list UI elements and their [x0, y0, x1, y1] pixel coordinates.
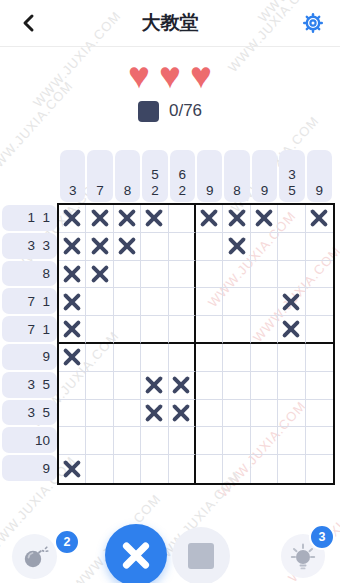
col-clue-4: 52: [142, 150, 167, 202]
cell-r9c10[interactable]: [306, 427, 333, 455]
cell-r8c1[interactable]: [59, 400, 86, 428]
fill-tool-button[interactable]: [172, 527, 230, 583]
progress-swatch: [138, 101, 159, 122]
square-icon: [188, 543, 214, 569]
col-clue-6: 9: [197, 150, 222, 202]
cell-r2c2[interactable]: [86, 233, 113, 261]
cell-r5c9[interactable]: [278, 316, 305, 344]
x-mark-icon: [62, 292, 82, 312]
cell-r1c8[interactable]: [251, 205, 278, 233]
cell-r8c10[interactable]: [306, 400, 333, 428]
cell-r8c8[interactable]: [251, 400, 278, 428]
cell-r1c4[interactable]: [141, 205, 168, 233]
x-mark-icon: [62, 459, 82, 479]
cell-r4c1[interactable]: [59, 288, 86, 316]
bomb-icon: [20, 542, 50, 572]
cell-r1c6[interactable]: [196, 205, 223, 233]
cell-r9c3[interactable]: [114, 427, 141, 455]
cell-r8c5[interactable]: [169, 400, 196, 428]
x-mark-icon: [281, 319, 301, 339]
cell-r10c5[interactable]: [169, 455, 196, 483]
col-clue-9: 35: [279, 150, 304, 202]
cell-r8c6[interactable]: [196, 400, 223, 428]
x-mark-icon: [281, 292, 301, 312]
cell-r10c8[interactable]: [251, 455, 278, 483]
cell-r4c7[interactable]: [223, 288, 250, 316]
x-mark-icon: [144, 375, 164, 395]
x-mark-icon: [171, 403, 191, 423]
x-mark-icon: [62, 208, 82, 228]
gear-icon: [301, 11, 325, 35]
cell-r2c4[interactable]: [141, 233, 168, 261]
cell-r2c10[interactable]: [306, 233, 333, 261]
cell-r4c6[interactable]: [196, 288, 223, 316]
settings-button[interactable]: [294, 4, 332, 42]
cell-r5c4[interactable]: [141, 316, 168, 344]
cell-r9c9[interactable]: [278, 427, 305, 455]
row-clue-4: 7 1: [2, 288, 57, 314]
progress: 0/76: [0, 99, 340, 123]
x-mark-icon: [227, 236, 247, 256]
cell-r5c6[interactable]: [196, 316, 223, 344]
cell-r5c5[interactable]: [169, 316, 196, 344]
heart-icon: ♥: [128, 58, 150, 94]
row-clue-5: 7 1: [2, 316, 57, 342]
cell-r10c3[interactable]: [114, 455, 141, 483]
heart-icon: ♥: [159, 58, 181, 94]
cell-r3c6[interactable]: [196, 261, 223, 289]
row-clue-6: 9: [2, 344, 57, 370]
nonogram-board: [57, 203, 335, 485]
cell-r4c5[interactable]: [169, 288, 196, 316]
bomb-count-badge: 2: [54, 529, 80, 555]
cell-r4c2[interactable]: [86, 288, 113, 316]
cell-r7c4[interactable]: [141, 372, 168, 400]
cell-r10c10[interactable]: [306, 455, 333, 483]
col-clue-10: 9: [307, 150, 332, 202]
row-clue-8: 3 5: [2, 400, 57, 426]
cell-r3c8[interactable]: [251, 261, 278, 289]
cell-r1c9[interactable]: [278, 205, 305, 233]
cell-r1c1[interactable]: [59, 205, 86, 233]
col-clue-1: 3: [60, 150, 85, 202]
cell-r6c10[interactable]: [306, 344, 333, 372]
x-mark-icon: [90, 236, 110, 256]
cell-r7c5[interactable]: [169, 372, 196, 400]
cell-r7c2[interactable]: [86, 372, 113, 400]
cell-r5c7[interactable]: [223, 316, 250, 344]
cell-r7c1[interactable]: [59, 372, 86, 400]
cell-r6c6[interactable]: [196, 344, 223, 372]
cell-r1c10[interactable]: [306, 205, 333, 233]
cross-icon: [120, 539, 152, 571]
cell-r7c10[interactable]: [306, 372, 333, 400]
cell-r7c8[interactable]: [251, 372, 278, 400]
cell-r2c8[interactable]: [251, 233, 278, 261]
cell-r8c3[interactable]: [114, 400, 141, 428]
cell-r10c1[interactable]: [59, 455, 86, 483]
cell-r1c7[interactable]: [223, 205, 250, 233]
cell-r5c2[interactable]: [86, 316, 113, 344]
cell-r5c1[interactable]: [59, 316, 86, 344]
x-mark-icon: [171, 375, 191, 395]
row-clue-10: 9: [2, 455, 57, 481]
cell-r4c3[interactable]: [114, 288, 141, 316]
cell-r8c4[interactable]: [141, 400, 168, 428]
x-mark-icon: [254, 208, 274, 228]
cell-r3c2[interactable]: [86, 261, 113, 289]
cell-r6c4[interactable]: [141, 344, 168, 372]
row-clue-7: 3 5: [2, 372, 57, 398]
cell-r3c7[interactable]: [223, 261, 250, 289]
header-divider: [0, 46, 340, 47]
cell-r9c7[interactable]: [223, 427, 250, 455]
cell-r9c5[interactable]: [169, 427, 196, 455]
row-clue-9: 10: [2, 427, 57, 453]
cell-r8c7[interactable]: [223, 400, 250, 428]
cross-tool-button[interactable]: [105, 524, 167, 583]
cell-r6c5[interactable]: [169, 344, 196, 372]
cell-r9c8[interactable]: [251, 427, 278, 455]
cell-r9c2[interactable]: [86, 427, 113, 455]
cell-r2c7[interactable]: [223, 233, 250, 261]
cell-r6c2[interactable]: [86, 344, 113, 372]
cell-r3c4[interactable]: [141, 261, 168, 289]
cell-r9c4[interactable]: [141, 427, 168, 455]
hint-count-badge: 3: [309, 524, 335, 550]
header: 大教堂: [0, 0, 340, 47]
x-mark-icon: [117, 236, 137, 256]
cell-r7c3[interactable]: [114, 372, 141, 400]
col-clue-8: 9: [252, 150, 277, 202]
x-mark-icon: [90, 208, 110, 228]
x-mark-icon: [144, 208, 164, 228]
x-mark-icon: [62, 236, 82, 256]
cell-r4c8[interactable]: [251, 288, 278, 316]
page-title: 大教堂: [0, 10, 340, 36]
col-clue-7: 8: [224, 150, 249, 202]
cell-r8c9[interactable]: [278, 400, 305, 428]
cell-r6c8[interactable]: [251, 344, 278, 372]
x-mark-icon: [144, 403, 164, 423]
cell-r3c9[interactable]: [278, 261, 305, 289]
cell-r10c4[interactable]: [141, 455, 168, 483]
cell-r1c5[interactable]: [169, 205, 196, 233]
row-clue-1: 1 1: [2, 205, 57, 231]
progress-label: 0/76: [169, 101, 202, 121]
cell-r4c9[interactable]: [278, 288, 305, 316]
col-clue-5: 62: [170, 150, 195, 202]
cell-r10c2[interactable]: [86, 455, 113, 483]
cell-r10c6[interactable]: [196, 455, 223, 483]
heart-icon: ♥: [190, 58, 212, 94]
cell-r1c2[interactable]: [86, 205, 113, 233]
x-mark-icon: [62, 264, 82, 284]
x-mark-icon: [309, 208, 329, 228]
cell-r10c7[interactable]: [223, 455, 250, 483]
cell-r7c9[interactable]: [278, 372, 305, 400]
x-mark-icon: [117, 208, 137, 228]
cell-r2c5[interactable]: [169, 233, 196, 261]
cell-r5c8[interactable]: [251, 316, 278, 344]
cell-r9c6[interactable]: [196, 427, 223, 455]
row-clue-3: 8: [2, 261, 57, 287]
cell-r3c3[interactable]: [114, 261, 141, 289]
cell-r5c10[interactable]: [306, 316, 333, 344]
x-mark-icon: [62, 319, 82, 339]
cell-r3c5[interactable]: [169, 261, 196, 289]
cell-r3c10[interactable]: [306, 261, 333, 289]
cell-r7c7[interactable]: [223, 372, 250, 400]
col-clue-3: 8: [115, 150, 140, 202]
cell-r10c9[interactable]: [278, 455, 305, 483]
cell-r6c9[interactable]: [278, 344, 305, 372]
cell-r6c7[interactable]: [223, 344, 250, 372]
cell-r4c4[interactable]: [141, 288, 168, 316]
x-mark-icon: [90, 264, 110, 284]
row-clue-2: 3 3: [2, 233, 57, 259]
x-mark-icon: [199, 208, 219, 228]
cell-r4c10[interactable]: [306, 288, 333, 316]
cell-r7c6[interactable]: [196, 372, 223, 400]
cell-r2c9[interactable]: [278, 233, 305, 261]
cell-r2c6[interactable]: [196, 233, 223, 261]
cell-r8c2[interactable]: [86, 400, 113, 428]
x-mark-icon: [62, 347, 82, 367]
lives: ♥♥♥: [0, 55, 340, 97]
cell-r1c3[interactable]: [114, 205, 141, 233]
x-mark-icon: [227, 208, 247, 228]
cell-r6c1[interactable]: [59, 344, 86, 372]
cell-r2c1[interactable]: [59, 233, 86, 261]
cell-r9c1[interactable]: [59, 427, 86, 455]
cell-r6c3[interactable]: [114, 344, 141, 372]
cell-r2c3[interactable]: [114, 233, 141, 261]
col-clue-2: 7: [87, 150, 112, 202]
bomb-tool-button[interactable]: [12, 534, 57, 579]
cell-r3c1[interactable]: [59, 261, 86, 289]
cell-r5c3[interactable]: [114, 316, 141, 344]
